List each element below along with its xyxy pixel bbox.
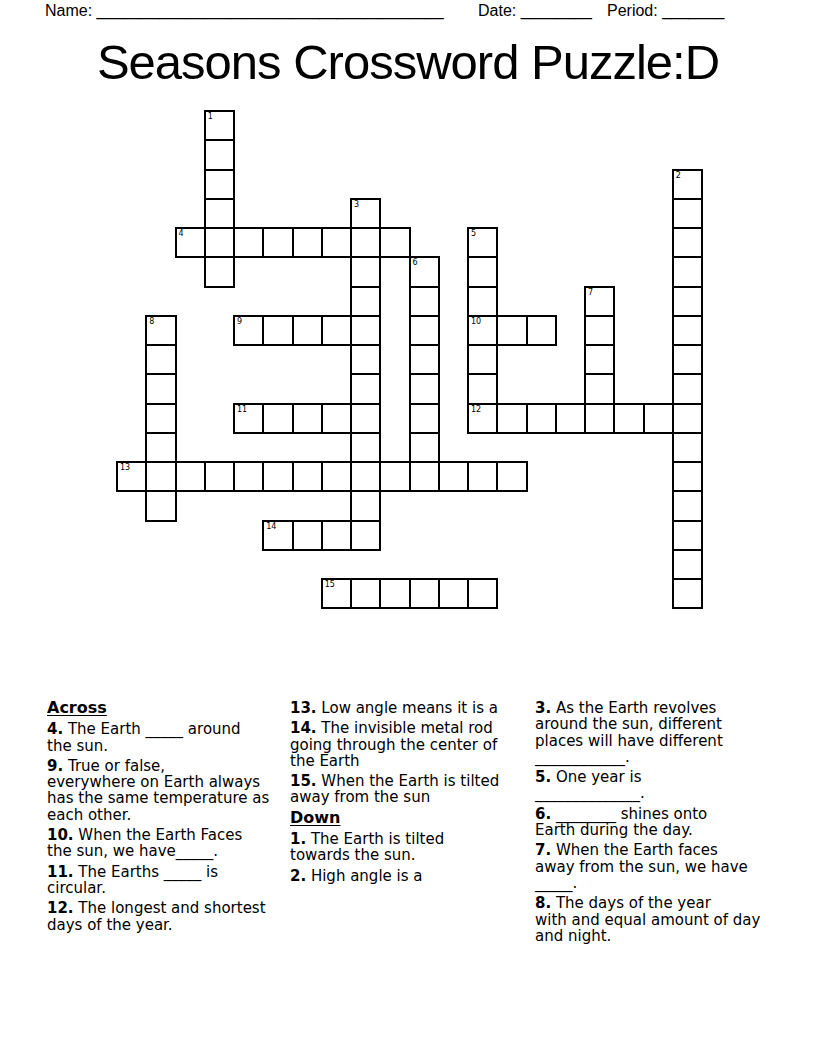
grid-cell-r10c7[interactable] — [321, 403, 352, 434]
clue-10-number: 10. — [47, 826, 74, 844]
grid-cell-r4c4[interactable] — [233, 227, 264, 258]
date-label: Date: — [478, 2, 516, 19]
crossword-grid: 123456789101112131415 — [116, 110, 703, 610]
clue-1-number: 1. — [290, 830, 306, 848]
grid-cell-r10c10[interactable] — [409, 403, 440, 434]
clue-5-number: 5. — [535, 768, 551, 786]
clue-number-4: 4 — [179, 229, 184, 238]
grid-cell-r3c3[interactable] — [204, 198, 235, 229]
grid-cell-r11c1[interactable] — [145, 432, 176, 463]
grid-cell-r16c12[interactable] — [467, 578, 498, 609]
grid-cell-r12c8[interactable] — [350, 461, 381, 492]
grid-cell-r4c9[interactable] — [379, 227, 410, 258]
grid-cell-r12c12[interactable] — [467, 461, 498, 492]
grid-cell-r6c10[interactable] — [409, 286, 440, 317]
grid-cell-r7c14[interactable] — [526, 315, 557, 346]
clue-number-9: 9 — [237, 317, 242, 326]
grid-cell-r10c19[interactable] — [672, 403, 703, 434]
grid-cell-r7c10[interactable] — [409, 315, 440, 346]
grid-cell-r14c6[interactable] — [292, 520, 323, 551]
grid-cell-r10c12[interactable]: 12 — [467, 403, 498, 434]
period-label: Period: — [607, 2, 658, 19]
grid-cell-r7c19[interactable] — [672, 315, 703, 346]
grid-cell-r12c1[interactable] — [145, 461, 176, 492]
clue-number-5: 5 — [471, 229, 476, 238]
clue-number-1: 1 — [208, 112, 213, 121]
clue-number-13: 13 — [120, 463, 130, 472]
grid-cell-r10c14[interactable] — [526, 403, 557, 434]
clues-column-middle: 13. Low angle means it is a14. The invis… — [290, 700, 540, 888]
worksheet-page: { "game": "crossword", "title": "Seasons… — [0, 0, 816, 1056]
grid-cell-r5c10[interactable]: 6 — [409, 256, 440, 287]
clue-6: 6. ________ shines ontoEarth during the … — [535, 806, 795, 839]
grid-cell-r4c6[interactable] — [292, 227, 323, 258]
grid-cell-r4c5[interactable] — [262, 227, 293, 258]
grid-cell-r4c7[interactable] — [321, 227, 352, 258]
grid-cell-r12c19[interactable] — [672, 461, 703, 492]
grid-cell-r9c8[interactable] — [350, 373, 381, 404]
grid-cell-r7c4[interactable]: 9 — [233, 315, 264, 346]
grid-cell-r4c8[interactable] — [350, 227, 381, 258]
sheet-header: Name: __________________________________… — [0, 0, 816, 24]
grid-cell-r6c8[interactable] — [350, 286, 381, 317]
clue-number-2: 2 — [676, 171, 681, 180]
grid-cell-r16c7[interactable]: 15 — [321, 578, 352, 609]
clue-9: 9. True or false,everywhere on Earth alw… — [47, 758, 297, 823]
grid-cell-r7c13[interactable] — [496, 315, 527, 346]
grid-cell-r7c1[interactable]: 8 — [145, 315, 176, 346]
grid-cell-r13c1[interactable] — [145, 490, 176, 521]
grid-cell-r12c5[interactable] — [262, 461, 293, 492]
clue-5: 5. One year is______________. — [535, 769, 795, 802]
grid-cell-r8c10[interactable] — [409, 344, 440, 375]
grid-cell-r11c8[interactable] — [350, 432, 381, 463]
clues-column-left: Across4. The Earth _____ aroundthe sun.9… — [47, 700, 297, 937]
clue-14-number: 14. — [290, 719, 317, 737]
grid-cell-r9c1[interactable] — [145, 373, 176, 404]
grid-cell-r3c19[interactable] — [672, 198, 703, 229]
period-blank-line[interactable]: _______ — [662, 2, 724, 19]
clue-12: 12. The longest and shortestdays of the … — [47, 900, 297, 933]
clue-8: 8. The days of the yearwith and equal am… — [535, 895, 795, 944]
grid-cell-r16c11[interactable] — [438, 578, 469, 609]
grid-cell-r5c19[interactable] — [672, 256, 703, 287]
clue-6-number: 6. — [535, 805, 551, 823]
across-header: Across — [47, 700, 297, 716]
grid-cell-r7c5[interactable] — [262, 315, 293, 346]
grid-cell-r12c9[interactable] — [379, 461, 410, 492]
grid-cell-r9c10[interactable] — [409, 373, 440, 404]
clue-number-15: 15 — [325, 580, 335, 589]
grid-cell-r8c8[interactable] — [350, 344, 381, 375]
clue-12-number: 12. — [47, 899, 74, 917]
grid-cell-r16c19[interactable] — [672, 578, 703, 609]
date-blank-line[interactable]: ________ — [521, 2, 592, 19]
clue-3: 3. As the Earth revolvesaround the sun, … — [535, 700, 795, 765]
grid-cell-r8c1[interactable] — [145, 344, 176, 375]
clue-number-3: 3 — [354, 200, 359, 209]
grid-cell-r16c9[interactable] — [379, 578, 410, 609]
clue-10: 10. When the Earth Facesthe sun, we have… — [47, 827, 297, 860]
grid-cell-r4c3[interactable] — [204, 227, 235, 258]
grid-cell-r13c8[interactable] — [350, 490, 381, 521]
grid-cell-r7c7[interactable] — [321, 315, 352, 346]
grid-cell-r5c12[interactable] — [467, 256, 498, 287]
grid-cell-r16c8[interactable] — [350, 578, 381, 609]
name-blank-line[interactable]: _______________________________________ — [97, 2, 444, 19]
grid-cell-r10c4[interactable]: 11 — [233, 403, 264, 434]
grid-cell-r10c17[interactable] — [613, 403, 644, 434]
grid-cell-r8c16[interactable] — [584, 344, 615, 375]
grid-cell-r14c19[interactable] — [672, 520, 703, 551]
clue-14: 14. The invisible metal rodgoing through… — [290, 720, 540, 769]
grid-cell-r9c19[interactable] — [672, 373, 703, 404]
grid-cell-r7c12[interactable]: 10 — [467, 315, 498, 346]
grid-cell-r12c0[interactable]: 13 — [116, 461, 147, 492]
clue-4-number: 4. — [47, 720, 63, 738]
grid-cell-r14c7[interactable] — [321, 520, 352, 551]
grid-cell-r2c19[interactable]: 2 — [672, 169, 703, 200]
grid-cell-r12c2[interactable] — [175, 461, 206, 492]
grid-cell-r14c8[interactable] — [350, 520, 381, 551]
grid-cell-r11c10[interactable] — [409, 432, 440, 463]
grid-cell-r9c16[interactable] — [584, 373, 615, 404]
period-field: Period: _______ — [607, 2, 724, 20]
clue-8-number: 8. — [535, 894, 551, 912]
clues-column-right: 3. As the Earth revolvesaround the sun, … — [535, 700, 795, 948]
grid-cell-r16c10[interactable] — [409, 578, 440, 609]
grid-cell-r0c3[interactable]: 1 — [204, 110, 235, 141]
grid-cell-r10c16[interactable] — [584, 403, 615, 434]
clue-7-number: 7. — [535, 841, 551, 859]
down-header: Down — [290, 810, 540, 826]
grid-cell-r10c18[interactable] — [643, 403, 674, 434]
clue-9-number: 9. — [47, 757, 63, 775]
grid-cell-r4c19[interactable] — [672, 227, 703, 258]
clue-13-number: 13. — [290, 699, 317, 717]
clue-1: 1. The Earth is tiltedtowards the sun. — [290, 831, 540, 864]
grid-cell-r13c19[interactable] — [672, 490, 703, 521]
clue-number-6: 6 — [413, 258, 418, 267]
clue-number-10: 10 — [471, 317, 481, 326]
clue-15-number: 15. — [290, 772, 317, 790]
grid-cell-r5c3[interactable] — [204, 256, 235, 287]
grid-cell-r9c12[interactable] — [467, 373, 498, 404]
grid-cell-r8c19[interactable] — [672, 344, 703, 375]
grid-cell-r12c13[interactable] — [496, 461, 527, 492]
clue-4: 4. The Earth _____ aroundthe sun. — [47, 721, 297, 754]
name-label: Name: — [45, 2, 92, 19]
grid-cell-r12c7[interactable] — [321, 461, 352, 492]
grid-cell-r12c10[interactable] — [409, 461, 440, 492]
clue-7: 7. When the Earth facesaway from the sun… — [535, 842, 795, 891]
clue-number-14: 14 — [266, 522, 276, 531]
clue-number-12: 12 — [471, 405, 481, 414]
grid-cell-r7c16[interactable] — [584, 315, 615, 346]
grid-cell-r10c6[interactable] — [292, 403, 323, 434]
grid-cell-r5c8[interactable] — [350, 256, 381, 287]
grid-cell-r12c6[interactable] — [292, 461, 323, 492]
grid-cell-r2c3[interactable] — [204, 169, 235, 200]
clue-2-number: 2. — [290, 867, 306, 885]
grid-cell-r12c11[interactable] — [438, 461, 469, 492]
clue-13: 13. Low angle means it is a — [290, 700, 540, 716]
name-field: Name: __________________________________… — [45, 2, 444, 20]
grid-cell-r6c19[interactable] — [672, 286, 703, 317]
date-field: Date: ________ — [478, 2, 592, 20]
grid-cell-r11c19[interactable] — [672, 432, 703, 463]
grid-cell-r10c15[interactable] — [555, 403, 586, 434]
grid-cell-r10c5[interactable] — [262, 403, 293, 434]
clue-15: 15. When the Earth is tiltedaway from th… — [290, 773, 540, 806]
grid-cell-r8c12[interactable] — [467, 344, 498, 375]
page-title: Seasons Crossword Puzzle:D — [0, 34, 816, 90]
clue-3-number: 3. — [535, 699, 551, 717]
clue-11-number: 11. — [47, 863, 74, 881]
clue-number-8: 8 — [149, 317, 154, 326]
grid-cell-r4c12[interactable]: 5 — [467, 227, 498, 258]
grid-cell-r12c4[interactable] — [233, 461, 264, 492]
grid-cell-r10c1[interactable] — [145, 403, 176, 434]
grid-cell-r1c3[interactable] — [204, 139, 235, 170]
grid-cell-r7c8[interactable] — [350, 315, 381, 346]
clue-number-11: 11 — [237, 405, 247, 414]
clue-11: 11. The Earths _____ iscircular. — [47, 864, 297, 897]
grid-cell-r15c19[interactable] — [672, 549, 703, 580]
grid-cell-r14c5[interactable]: 14 — [262, 520, 293, 551]
grid-cell-r10c8[interactable] — [350, 403, 381, 434]
grid-cell-r7c6[interactable] — [292, 315, 323, 346]
grid-cell-r12c3[interactable] — [204, 461, 235, 492]
clue-number-7: 7 — [588, 288, 593, 297]
clue-2: 2. High angle is a — [290, 868, 540, 884]
grid-cell-r4c2[interactable]: 4 — [175, 227, 206, 258]
grid-cell-r6c16[interactable]: 7 — [584, 286, 615, 317]
grid-cell-r6c12[interactable] — [467, 286, 498, 317]
grid-cell-r3c8[interactable]: 3 — [350, 198, 381, 229]
grid-cell-r10c13[interactable] — [496, 403, 527, 434]
